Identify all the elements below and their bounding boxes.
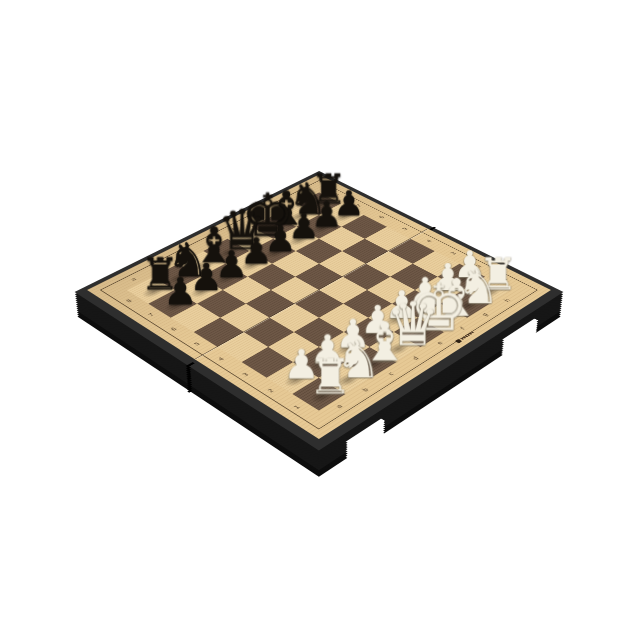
file-label: a bbox=[335, 404, 344, 410]
rank-label: 6 bbox=[170, 327, 178, 332]
file-label: h bbox=[504, 298, 512, 303]
file-label: c bbox=[387, 372, 395, 377]
file-label: h bbox=[298, 193, 305, 197]
rank-label: 3 bbox=[241, 372, 250, 377]
piece-shadow bbox=[306, 386, 339, 406]
rank-label: 4 bbox=[425, 239, 433, 243]
rank-label: 5 bbox=[401, 227, 409, 231]
file-label: f bbox=[254, 216, 260, 219]
rank-label: 2 bbox=[475, 264, 483, 268]
piece-shadow bbox=[450, 270, 479, 286]
rank-label: 2 bbox=[267, 388, 276, 393]
rank-label: 8 bbox=[333, 193, 340, 197]
piece-shadow bbox=[357, 325, 388, 343]
file-label: e bbox=[230, 227, 237, 231]
board-stack: abcdefgh abcdefgh 87654321 87654321 ♜♞♝♛… bbox=[87, 175, 551, 439]
piece-shadow bbox=[164, 270, 194, 286]
piece-shadow bbox=[428, 283, 457, 300]
piece-shadow bbox=[383, 339, 414, 358]
brand-text bbox=[460, 331, 474, 340]
rank-label: 7 bbox=[355, 204, 362, 208]
brand-mark-icon bbox=[454, 339, 461, 343]
piece-shadow bbox=[407, 325, 438, 343]
file-label: b bbox=[362, 387, 371, 392]
piece-shadow bbox=[308, 198, 335, 212]
piece-shadow bbox=[190, 257, 220, 273]
piece-shadow bbox=[405, 297, 435, 314]
file-label: a bbox=[130, 277, 138, 281]
piece-shadow bbox=[358, 354, 390, 373]
wood-surface: abcdefgh abcdefgh 87654321 87654321 ♜♞♝♛… bbox=[87, 175, 551, 439]
rank-label: 8 bbox=[125, 299, 133, 304]
piece-shadow bbox=[332, 370, 364, 390]
file-label: g bbox=[276, 204, 283, 208]
file-label: g bbox=[481, 312, 489, 317]
rank-label: 7 bbox=[147, 313, 155, 318]
file-label: e bbox=[436, 341, 445, 346]
rank-label: 6 bbox=[378, 215, 386, 219]
file-label: b bbox=[156, 264, 164, 268]
piece-shadow bbox=[476, 283, 505, 300]
file-label: d bbox=[206, 239, 214, 243]
rank-label: 3 bbox=[450, 251, 458, 255]
file-label: f bbox=[460, 327, 467, 331]
piece-shadow bbox=[430, 311, 460, 329]
rank-label: 1 bbox=[293, 404, 302, 410]
case-seam-groove bbox=[186, 362, 195, 367]
file-label: c bbox=[182, 252, 189, 256]
rank-label: 1 bbox=[501, 277, 509, 281]
piece-shadow bbox=[453, 297, 483, 314]
file-label: d bbox=[412, 356, 421, 361]
scene-3d: abcdefgh abcdefgh 87654321 87654321 ♜♞♝♛… bbox=[0, 0, 640, 640]
rank-label: 5 bbox=[193, 342, 201, 347]
product-photo-scene: abcdefgh abcdefgh 87654321 87654321 ♜♞♝♛… bbox=[0, 0, 640, 640]
piece-shadow bbox=[285, 233, 313, 248]
rank-label: 4 bbox=[217, 357, 226, 362]
